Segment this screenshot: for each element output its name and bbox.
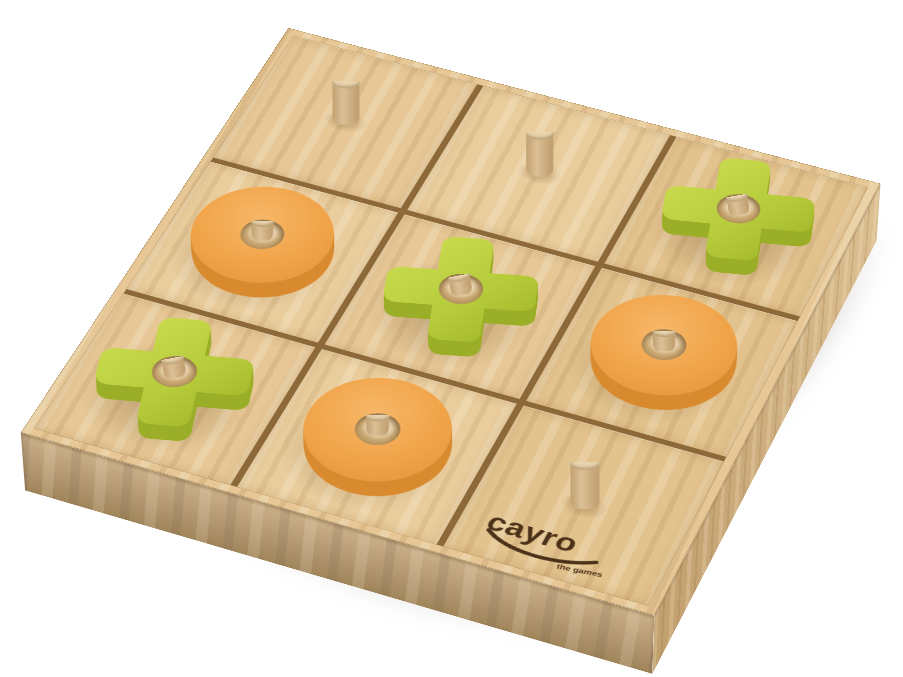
product-photo: cayro the games xyxy=(0,0,903,677)
wooden-peg[interactable] xyxy=(333,81,360,125)
wooden-peg[interactable] xyxy=(526,132,553,177)
wooden-peg[interactable] xyxy=(570,461,599,509)
